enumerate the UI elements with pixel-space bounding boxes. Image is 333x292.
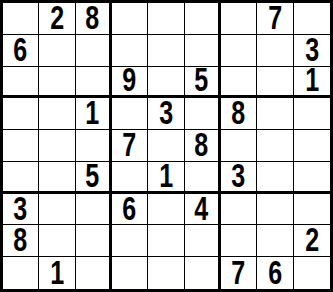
cell-r5c7[interactable]: [221, 130, 257, 162]
cell-r3c2[interactable]: [39, 67, 75, 99]
cell-r4c5[interactable]: 3: [148, 98, 184, 130]
given-digit: 6: [123, 194, 137, 226]
cell-r8c5[interactable]: [148, 225, 184, 257]
cell-r1c6[interactable]: [185, 3, 221, 35]
cell-r1c7[interactable]: [221, 3, 257, 35]
cell-r2c9[interactable]: 3: [294, 35, 330, 67]
cell-r3c8[interactable]: [257, 67, 293, 99]
cell-r9c2[interactable]: 1: [39, 257, 75, 289]
given-digit: 8: [232, 98, 246, 130]
cell-r4c7[interactable]: 8: [221, 98, 257, 130]
cell-r2c2[interactable]: [39, 35, 75, 67]
cell-r4c9[interactable]: [294, 98, 330, 130]
cell-r5c4[interactable]: 7: [112, 130, 148, 162]
cell-r9c9[interactable]: [294, 257, 330, 289]
given-digit: 2: [305, 225, 319, 257]
cell-r1c9[interactable]: [294, 3, 330, 35]
cell-r3c4[interactable]: 9: [112, 67, 148, 99]
given-digit: 5: [85, 162, 99, 194]
given-digit: 2: [50, 3, 64, 35]
cell-r8c8[interactable]: [257, 225, 293, 257]
given-digit: 7: [232, 257, 246, 289]
cell-r7c8[interactable]: [257, 194, 293, 226]
cell-r6c4[interactable]: [112, 162, 148, 194]
given-digit: 7: [268, 3, 282, 35]
cell-r6c1[interactable]: [3, 162, 39, 194]
cell-r3c5[interactable]: [148, 67, 184, 99]
cell-r9c8[interactable]: 6: [257, 257, 293, 289]
given-digit: 3: [305, 35, 319, 67]
cell-r1c8[interactable]: 7: [257, 3, 293, 35]
given-digit: 6: [14, 35, 28, 67]
cell-r8c1[interactable]: 8: [3, 225, 39, 257]
given-digit: 3: [159, 98, 173, 130]
cell-r6c2[interactable]: [39, 162, 75, 194]
sudoku-board: 287639511387851336482176: [0, 0, 333, 292]
cell-r2c6[interactable]: [185, 35, 221, 67]
cell-r5c2[interactable]: [39, 130, 75, 162]
cell-r7c3[interactable]: [76, 194, 112, 226]
cell-r6c8[interactable]: [257, 162, 293, 194]
cell-r2c7[interactable]: [221, 35, 257, 67]
cell-r1c2[interactable]: 2: [39, 3, 75, 35]
cell-r3c7[interactable]: [221, 67, 257, 99]
cell-r6c6[interactable]: [185, 162, 221, 194]
given-digit: 4: [194, 194, 208, 226]
cell-r5c3[interactable]: [76, 130, 112, 162]
cell-r5c1[interactable]: [3, 130, 39, 162]
cell-r2c3[interactable]: [76, 35, 112, 67]
cell-r3c3[interactable]: [76, 67, 112, 99]
cell-r2c8[interactable]: [257, 35, 293, 67]
given-digit: 7: [123, 130, 137, 162]
cell-r6c5[interactable]: 1: [148, 162, 184, 194]
cell-r2c5[interactable]: [148, 35, 184, 67]
given-digit: 8: [194, 130, 208, 162]
cell-r6c9[interactable]: [294, 162, 330, 194]
cell-r7c1[interactable]: 3: [3, 194, 39, 226]
cell-r9c4[interactable]: [112, 257, 148, 289]
cell-r9c6[interactable]: [185, 257, 221, 289]
cell-r7c2[interactable]: [39, 194, 75, 226]
cell-r1c4[interactable]: [112, 3, 148, 35]
cell-r8c9[interactable]: 2: [294, 225, 330, 257]
cell-r6c3[interactable]: 5: [76, 162, 112, 194]
cell-r7c7[interactable]: [221, 194, 257, 226]
cell-r6c7[interactable]: 3: [221, 162, 257, 194]
given-digit: 1: [50, 257, 64, 289]
cell-r3c9[interactable]: 1: [294, 67, 330, 99]
cell-r8c3[interactable]: [76, 225, 112, 257]
cell-r7c6[interactable]: 4: [185, 194, 221, 226]
cell-r8c2[interactable]: [39, 225, 75, 257]
cell-r5c8[interactable]: [257, 130, 293, 162]
given-digit: 8: [14, 225, 28, 257]
cell-r8c6[interactable]: [185, 225, 221, 257]
cell-r4c4[interactable]: [112, 98, 148, 130]
given-digit: 6: [268, 257, 282, 289]
given-digit: 1: [85, 98, 99, 130]
cell-r4c8[interactable]: [257, 98, 293, 130]
given-digit: 3: [14, 194, 28, 226]
cell-r5c5[interactable]: [148, 130, 184, 162]
cell-r9c1[interactable]: [3, 257, 39, 289]
given-digit: 8: [85, 3, 99, 35]
cell-r1c5[interactable]: [148, 3, 184, 35]
cell-r9c5[interactable]: [148, 257, 184, 289]
cell-r3c1[interactable]: [3, 67, 39, 99]
given-digit: 3: [232, 162, 246, 194]
given-digit: 9: [123, 67, 137, 99]
given-digit: 5: [194, 67, 208, 99]
cell-r4c2[interactable]: [39, 98, 75, 130]
cell-r9c7[interactable]: 7: [221, 257, 257, 289]
cell-r7c9[interactable]: [294, 194, 330, 226]
cell-r3c6[interactable]: 5: [185, 67, 221, 99]
cell-r9c3[interactable]: [76, 257, 112, 289]
cell-r5c9[interactable]: [294, 130, 330, 162]
cell-r1c3[interactable]: 8: [76, 3, 112, 35]
cell-r4c1[interactable]: [3, 98, 39, 130]
cell-r7c4[interactable]: 6: [112, 194, 148, 226]
given-digit: 1: [159, 162, 173, 194]
cell-r4c6[interactable]: [185, 98, 221, 130]
given-digit: 1: [305, 67, 319, 99]
cell-r1c1[interactable]: [3, 3, 39, 35]
cell-r7c5[interactable]: [148, 194, 184, 226]
cell-r8c4[interactable]: [112, 225, 148, 257]
cell-r4c3[interactable]: 1: [76, 98, 112, 130]
cell-r8c7[interactable]: [221, 225, 257, 257]
cell-r5c6[interactable]: 8: [185, 130, 221, 162]
cell-r2c1[interactable]: 6: [3, 35, 39, 67]
cell-r2c4[interactable]: [112, 35, 148, 67]
